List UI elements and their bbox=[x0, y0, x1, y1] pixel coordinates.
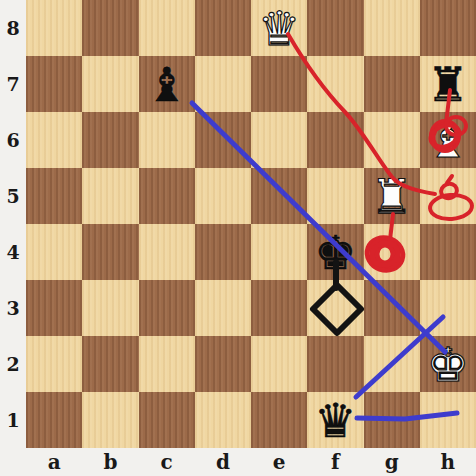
chess-board-diagram: 87654321 abcdefgh ♛♝♜♝♜♚♚♛ bbox=[0, 0, 476, 476]
square-c2[interactable] bbox=[139, 336, 195, 392]
square-b7[interactable] bbox=[82, 56, 138, 112]
square-e1[interactable] bbox=[251, 392, 307, 448]
square-d3[interactable] bbox=[195, 280, 251, 336]
square-f2[interactable] bbox=[307, 336, 363, 392]
square-c6[interactable] bbox=[139, 112, 195, 168]
square-a4[interactable] bbox=[26, 224, 82, 280]
square-e5[interactable] bbox=[251, 168, 307, 224]
square-a1[interactable] bbox=[26, 392, 82, 448]
square-a8[interactable] bbox=[26, 0, 82, 56]
rank-label-3: 3 bbox=[0, 280, 26, 336]
square-g1[interactable] bbox=[364, 392, 420, 448]
square-c4[interactable] bbox=[139, 224, 195, 280]
rank-label-2: 2 bbox=[0, 336, 26, 392]
square-e3[interactable] bbox=[251, 280, 307, 336]
piece-black-rook-h7[interactable]: ♜ bbox=[419, 56, 476, 112]
square-f6[interactable] bbox=[307, 112, 363, 168]
square-h5[interactable] bbox=[420, 168, 476, 224]
file-label-g: g bbox=[364, 449, 420, 475]
piece-black-queen-f1[interactable]: ♛ bbox=[307, 392, 364, 448]
file-label-c: c bbox=[139, 449, 195, 475]
file-label-d: d bbox=[195, 449, 251, 475]
square-g7[interactable] bbox=[364, 56, 420, 112]
square-b6[interactable] bbox=[82, 112, 138, 168]
rank-label-4: 4 bbox=[0, 224, 26, 280]
square-d8[interactable] bbox=[195, 0, 251, 56]
square-h3[interactable] bbox=[420, 280, 476, 336]
square-e2[interactable] bbox=[251, 336, 307, 392]
square-e7[interactable] bbox=[251, 56, 307, 112]
piece-white-rook-g5[interactable]: ♜ bbox=[363, 168, 420, 224]
file-label-h: h bbox=[420, 449, 476, 475]
square-h1[interactable] bbox=[420, 392, 476, 448]
square-g3[interactable] bbox=[364, 280, 420, 336]
piece-black-bishop-c7[interactable]: ♝ bbox=[138, 56, 195, 112]
piece-black-king-f4[interactable]: ♚ bbox=[307, 224, 364, 280]
square-a6[interactable] bbox=[26, 112, 82, 168]
rank-label-8: 8 bbox=[0, 0, 26, 56]
square-c1[interactable] bbox=[139, 392, 195, 448]
square-g8[interactable] bbox=[364, 0, 420, 56]
square-d6[interactable] bbox=[195, 112, 251, 168]
square-d7[interactable] bbox=[195, 56, 251, 112]
square-h4[interactable] bbox=[420, 224, 476, 280]
rank-label-7: 7 bbox=[0, 56, 26, 112]
piece-white-queen-e8[interactable]: ♛ bbox=[251, 0, 308, 56]
square-b1[interactable] bbox=[82, 392, 138, 448]
square-d1[interactable] bbox=[195, 392, 251, 448]
square-f3[interactable] bbox=[307, 280, 363, 336]
square-c5[interactable] bbox=[139, 168, 195, 224]
square-g2[interactable] bbox=[364, 336, 420, 392]
file-label-f: f bbox=[307, 449, 363, 475]
square-b8[interactable] bbox=[82, 0, 138, 56]
square-g4[interactable] bbox=[364, 224, 420, 280]
square-b4[interactable] bbox=[82, 224, 138, 280]
file-label-e: e bbox=[251, 449, 307, 475]
square-f8[interactable] bbox=[307, 0, 363, 56]
square-e6[interactable] bbox=[251, 112, 307, 168]
rank-labels: 87654321 bbox=[0, 0, 26, 448]
square-a7[interactable] bbox=[26, 56, 82, 112]
square-f7[interactable] bbox=[307, 56, 363, 112]
square-c8[interactable] bbox=[139, 0, 195, 56]
square-d4[interactable] bbox=[195, 224, 251, 280]
square-d2[interactable] bbox=[195, 336, 251, 392]
corner-spacer bbox=[0, 448, 26, 476]
piece-white-king-h2[interactable]: ♚ bbox=[419, 336, 476, 392]
square-a3[interactable] bbox=[26, 280, 82, 336]
rank-label-1: 1 bbox=[0, 392, 26, 448]
square-c3[interactable] bbox=[139, 280, 195, 336]
square-f5[interactable] bbox=[307, 168, 363, 224]
piece-white-bishop-h6[interactable]: ♝ bbox=[419, 112, 476, 168]
square-b3[interactable] bbox=[82, 280, 138, 336]
square-a2[interactable] bbox=[26, 336, 82, 392]
square-d5[interactable] bbox=[195, 168, 251, 224]
rank-label-6: 6 bbox=[0, 112, 26, 168]
board-squares bbox=[26, 0, 476, 448]
square-g6[interactable] bbox=[364, 112, 420, 168]
square-h8[interactable] bbox=[420, 0, 476, 56]
file-labels: abcdefgh bbox=[0, 448, 476, 476]
square-b5[interactable] bbox=[82, 168, 138, 224]
square-e4[interactable] bbox=[251, 224, 307, 280]
square-a5[interactable] bbox=[26, 168, 82, 224]
file-label-b: b bbox=[82, 449, 138, 475]
rank-label-5: 5 bbox=[0, 168, 26, 224]
file-label-a: a bbox=[26, 449, 82, 475]
square-b2[interactable] bbox=[82, 336, 138, 392]
